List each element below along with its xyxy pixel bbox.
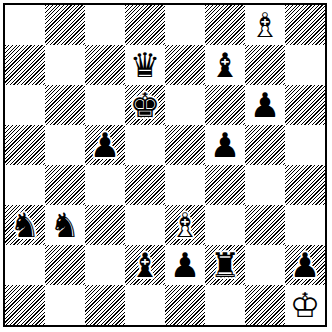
piece-halo: ♛ (125, 45, 165, 85)
piece-black-pawn: ♟ (285, 245, 325, 285)
square-h5[interactable] (285, 125, 325, 165)
square-a7[interactable] (5, 45, 45, 85)
square-c8[interactable] (85, 5, 125, 45)
piece-black-bishop: ♝ (205, 45, 245, 85)
piece-halo: ♟ (165, 245, 205, 285)
square-e6[interactable] (165, 85, 205, 125)
square-e1[interactable] (165, 285, 205, 325)
square-f7[interactable]: ♝♝ (205, 45, 245, 85)
piece-halo: ♝ (205, 45, 245, 85)
square-b3[interactable]: ♞♞ (45, 205, 85, 245)
piece-black-pawn: ♟ (165, 245, 205, 285)
square-h2[interactable]: ♟♟ (285, 245, 325, 285)
square-e5[interactable] (165, 125, 205, 165)
square-f5[interactable]: ♟♟ (205, 125, 245, 165)
square-b8[interactable] (45, 5, 85, 45)
square-a4[interactable] (5, 165, 45, 205)
square-d5[interactable] (125, 125, 165, 165)
piece-black-knight: ♞ (45, 205, 85, 245)
piece-black-pawn: ♟ (205, 125, 245, 165)
square-a6[interactable] (5, 85, 45, 125)
square-b1[interactable] (45, 285, 85, 325)
square-d7[interactable]: ♛♛ (125, 45, 165, 85)
square-c7[interactable] (85, 45, 125, 85)
chess-diagram: ♝♗♛♛♝♝♚♚♟♟♟♟♟♟♞♞♞♞♝♗♝♝♟♟♜♜♟♟♚♔ (0, 0, 332, 332)
square-c6[interactable] (85, 85, 125, 125)
square-g4[interactable] (245, 165, 285, 205)
piece-halo: ♚ (285, 285, 325, 325)
square-a1[interactable] (5, 285, 45, 325)
square-c3[interactable] (85, 205, 125, 245)
square-g2[interactable] (245, 245, 285, 285)
square-b4[interactable] (45, 165, 85, 205)
square-h8[interactable] (285, 5, 325, 45)
piece-black-king: ♚ (125, 85, 165, 125)
square-b7[interactable] (45, 45, 85, 85)
square-h3[interactable] (285, 205, 325, 245)
piece-halo: ♜ (205, 245, 245, 285)
square-b2[interactable] (45, 245, 85, 285)
piece-halo: ♝ (165, 205, 205, 245)
square-d8[interactable] (125, 5, 165, 45)
square-b5[interactable] (45, 125, 85, 165)
square-c4[interactable] (85, 165, 125, 205)
chess-board: ♝♗♛♛♝♝♚♚♟♟♟♟♟♟♞♞♞♞♝♗♝♝♟♟♜♜♟♟♚♔ (5, 5, 325, 325)
square-g1[interactable] (245, 285, 285, 325)
board-frame: ♝♗♛♛♝♝♚♚♟♟♟♟♟♟♞♞♞♞♝♗♝♝♟♟♜♜♟♟♚♔ (3, 3, 327, 327)
piece-black-knight: ♞ (5, 205, 45, 245)
square-f3[interactable] (205, 205, 245, 245)
square-f4[interactable] (205, 165, 245, 205)
piece-halo: ♝ (245, 5, 285, 45)
square-d1[interactable] (125, 285, 165, 325)
square-c1[interactable] (85, 285, 125, 325)
square-g7[interactable] (245, 45, 285, 85)
piece-halo: ♚ (125, 85, 165, 125)
square-e2[interactable]: ♟♟ (165, 245, 205, 285)
piece-black-pawn: ♟ (85, 125, 125, 165)
square-h1[interactable]: ♚♔ (285, 285, 325, 325)
piece-white-bishop: ♗ (245, 5, 285, 45)
square-b6[interactable] (45, 85, 85, 125)
piece-white-bishop: ♗ (165, 205, 205, 245)
square-a2[interactable] (5, 245, 45, 285)
square-d4[interactable] (125, 165, 165, 205)
square-g3[interactable] (245, 205, 285, 245)
piece-black-pawn: ♟ (245, 85, 285, 125)
square-h7[interactable] (285, 45, 325, 85)
square-e7[interactable] (165, 45, 205, 85)
square-a8[interactable] (5, 5, 45, 45)
square-g6[interactable]: ♟♟ (245, 85, 285, 125)
square-a5[interactable] (5, 125, 45, 165)
piece-halo: ♞ (5, 205, 45, 245)
square-e8[interactable] (165, 5, 205, 45)
square-h4[interactable] (285, 165, 325, 205)
square-c5[interactable]: ♟♟ (85, 125, 125, 165)
square-h6[interactable] (285, 85, 325, 125)
square-f2[interactable]: ♜♜ (205, 245, 245, 285)
square-g5[interactable] (245, 125, 285, 165)
piece-black-bishop: ♝ (125, 245, 165, 285)
piece-halo: ♟ (205, 125, 245, 165)
piece-halo: ♟ (245, 85, 285, 125)
square-a3[interactable]: ♞♞ (5, 205, 45, 245)
piece-halo: ♟ (285, 245, 325, 285)
square-c2[interactable] (85, 245, 125, 285)
square-d6[interactable]: ♚♚ (125, 85, 165, 125)
square-d3[interactable] (125, 205, 165, 245)
square-e3[interactable]: ♝♗ (165, 205, 205, 245)
square-g8[interactable]: ♝♗ (245, 5, 285, 45)
piece-halo: ♞ (45, 205, 85, 245)
square-f6[interactable] (205, 85, 245, 125)
piece-halo: ♝ (125, 245, 165, 285)
square-e4[interactable] (165, 165, 205, 205)
piece-black-rook: ♜ (205, 245, 245, 285)
piece-halo: ♟ (85, 125, 125, 165)
piece-white-king: ♔ (285, 285, 325, 325)
piece-black-queen: ♛ (125, 45, 165, 85)
square-d2[interactable]: ♝♝ (125, 245, 165, 285)
square-f1[interactable] (205, 285, 245, 325)
square-f8[interactable] (205, 5, 245, 45)
